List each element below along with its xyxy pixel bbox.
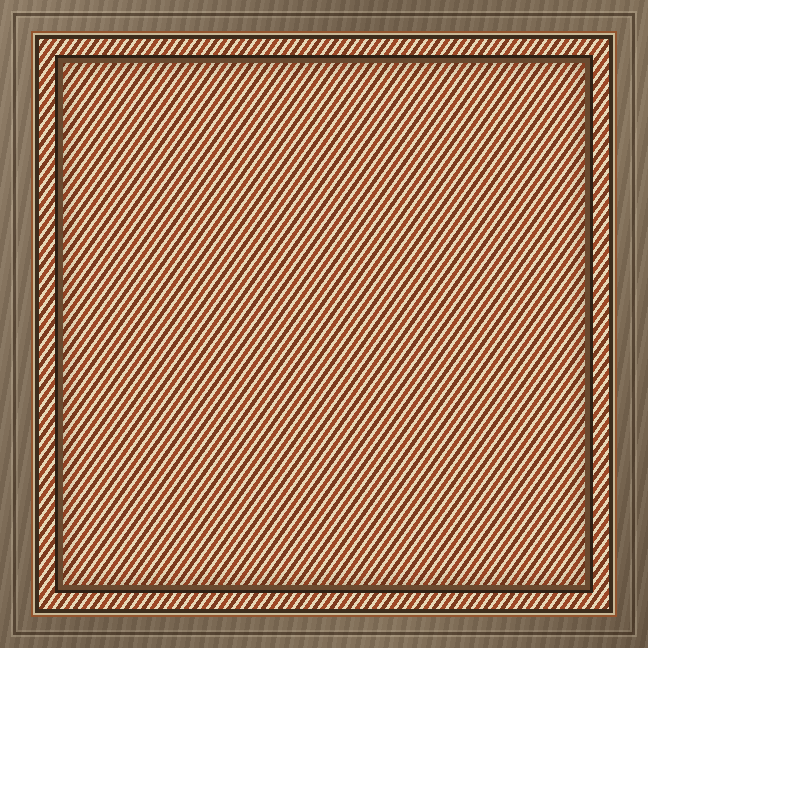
product-photo-chess-checkers-case	[0, 0, 800, 800]
pieces-layer	[0, 0, 800, 800]
